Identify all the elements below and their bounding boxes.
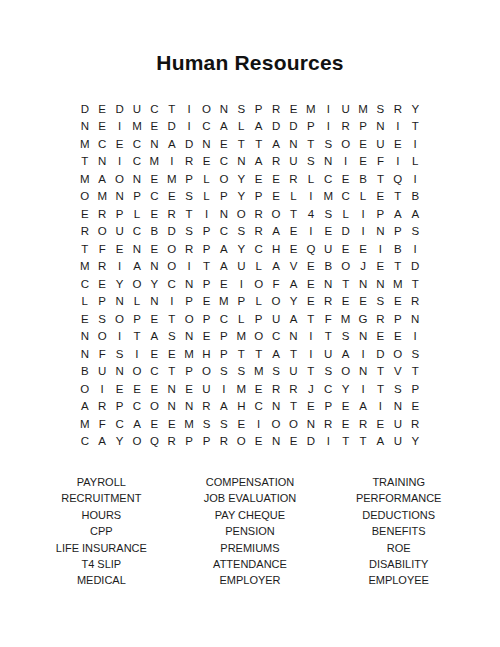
grid-cell-r17c13[interactable]: R <box>285 380 302 398</box>
grid-cell-r17c12[interactable]: R <box>267 380 284 398</box>
grid-cell-r7c13[interactable]: T <box>285 205 302 223</box>
grid-cell-r18c1[interactable]: A <box>76 398 93 416</box>
grid-cell-r6c10[interactable]: Y <box>233 188 250 206</box>
grid-cell-r3c14[interactable]: T <box>302 135 319 153</box>
grid-cell-r4c3[interactable]: I <box>111 153 128 171</box>
grid-cell-r1c2[interactable]: E <box>93 100 110 118</box>
grid-cell-r16c4[interactable]: O <box>128 363 145 381</box>
grid-cell-r19c8[interactable]: S <box>198 415 215 433</box>
grid-cell-r16c15[interactable]: S <box>320 363 337 381</box>
grid-cell-r8c15[interactable]: E <box>320 223 337 241</box>
grid-cell-r11c15[interactable]: N <box>320 275 337 293</box>
grid-cell-r15c6[interactable]: E <box>163 345 180 363</box>
grid-cell-r7c14[interactable]: 4 <box>302 205 319 223</box>
grid-cell-r10c20[interactable]: D <box>407 258 424 276</box>
grid-cell-r4c6[interactable]: I <box>163 153 180 171</box>
grid-cell-r6c13[interactable]: L <box>285 188 302 206</box>
grid-cell-r16c2[interactable]: U <box>93 363 110 381</box>
grid-cell-r4c15[interactable]: N <box>320 153 337 171</box>
grid-cell-r20c18[interactable]: A <box>372 433 389 451</box>
grid-cell-r6c19[interactable]: T <box>389 188 406 206</box>
grid-cell-r3c5[interactable]: N <box>146 135 163 153</box>
grid-cell-r18c11[interactable]: C <box>250 398 267 416</box>
grid-cell-r9c2[interactable]: F <box>93 240 110 258</box>
grid-cell-r17c16[interactable]: Y <box>337 380 354 398</box>
grid-cell-r6c6[interactable]: E <box>163 188 180 206</box>
grid-cell-r10c13[interactable]: V <box>285 258 302 276</box>
grid-cell-r11c11[interactable]: O <box>250 275 267 293</box>
grid-cell-r2c14[interactable]: P <box>302 118 319 136</box>
grid-cell-r4c7[interactable]: R <box>180 153 197 171</box>
grid-cell-r4c1[interactable]: T <box>76 153 93 171</box>
grid-cell-r4c18[interactable]: F <box>372 153 389 171</box>
grid-cell-r20c19[interactable]: U <box>389 433 406 451</box>
grid-cell-r18c18[interactable]: I <box>372 398 389 416</box>
grid-cell-r14c10[interactable]: M <box>233 328 250 346</box>
grid-cell-r19c1[interactable]: M <box>76 415 93 433</box>
grid-cell-r8c2[interactable]: O <box>93 223 110 241</box>
grid-cell-r7c3[interactable]: P <box>111 205 128 223</box>
grid-cell-r1c16[interactable]: U <box>337 100 354 118</box>
grid-cell-r9c4[interactable]: N <box>128 240 145 258</box>
grid-cell-r9c10[interactable]: Y <box>233 240 250 258</box>
grid-cell-r12c9[interactable]: M <box>215 293 232 311</box>
grid-cell-r14c18[interactable]: E <box>372 328 389 346</box>
grid-cell-r14c11[interactable]: O <box>250 328 267 346</box>
grid-cell-r13c10[interactable]: L <box>233 310 250 328</box>
grid-cell-r19c3[interactable]: C <box>111 415 128 433</box>
grid-cell-r20c4[interactable]: O <box>128 433 145 451</box>
grid-cell-r16c9[interactable]: S <box>215 363 232 381</box>
grid-cell-r15c8[interactable]: H <box>198 345 215 363</box>
grid-cell-r20c17[interactable]: T <box>354 433 371 451</box>
grid-cell-r13c19[interactable]: P <box>389 310 406 328</box>
grid-cell-r17c8[interactable]: U <box>198 380 215 398</box>
grid-cell-r18c3[interactable]: P <box>111 398 128 416</box>
grid-cell-r5c14[interactable]: L <box>302 170 319 188</box>
grid-cell-r4c14[interactable]: S <box>302 153 319 171</box>
grid-cell-r20c3[interactable]: Y <box>111 433 128 451</box>
grid-cell-r13c14[interactable]: T <box>302 310 319 328</box>
grid-cell-r7c4[interactable]: L <box>128 205 145 223</box>
grid-cell-r8c5[interactable]: B <box>146 223 163 241</box>
grid-cell-r3c20[interactable]: I <box>407 135 424 153</box>
grid-cell-r9c3[interactable]: E <box>111 240 128 258</box>
grid-cell-r7c20[interactable]: A <box>407 205 424 223</box>
grid-cell-r17c3[interactable]: E <box>111 380 128 398</box>
grid-cell-r2c17[interactable]: P <box>354 118 371 136</box>
grid-cell-r20c11[interactable]: E <box>250 433 267 451</box>
grid-cell-r18c10[interactable]: H <box>233 398 250 416</box>
grid-cell-r12c5[interactable]: N <box>146 293 163 311</box>
grid-cell-r12c2[interactable]: P <box>93 293 110 311</box>
grid-cell-r15c1[interactable]: N <box>76 345 93 363</box>
grid-cell-r3c17[interactable]: E <box>354 135 371 153</box>
grid-cell-r20c16[interactable]: T <box>337 433 354 451</box>
grid-cell-r19c6[interactable]: E <box>163 415 180 433</box>
grid-cell-r12c7[interactable]: P <box>180 293 197 311</box>
grid-cell-r7c6[interactable]: R <box>163 205 180 223</box>
grid-cell-r3c2[interactable]: C <box>93 135 110 153</box>
grid-cell-r18c2[interactable]: R <box>93 398 110 416</box>
grid-cell-r18c19[interactable]: N <box>389 398 406 416</box>
grid-cell-r12c4[interactable]: L <box>128 293 145 311</box>
grid-cell-r13c12[interactable]: U <box>267 310 284 328</box>
grid-cell-r16c6[interactable]: T <box>163 363 180 381</box>
grid-cell-r7c9[interactable]: N <box>215 205 232 223</box>
grid-cell-r16c16[interactable]: O <box>337 363 354 381</box>
grid-cell-r3c1[interactable]: M <box>76 135 93 153</box>
grid-cell-r2c11[interactable]: A <box>250 118 267 136</box>
grid-cell-r3c12[interactable]: A <box>267 135 284 153</box>
grid-cell-r11c14[interactable]: E <box>302 275 319 293</box>
grid-cell-r10c7[interactable]: I <box>180 258 197 276</box>
grid-cell-r17c6[interactable]: N <box>163 380 180 398</box>
grid-cell-r9c9[interactable]: A <box>215 240 232 258</box>
grid-cell-r9c12[interactable]: H <box>267 240 284 258</box>
grid-cell-r2c15[interactable]: I <box>320 118 337 136</box>
grid-cell-r19c12[interactable]: O <box>267 415 284 433</box>
grid-cell-r16c17[interactable]: N <box>354 363 371 381</box>
grid-cell-r15c19[interactable]: O <box>389 345 406 363</box>
grid-cell-r20c5[interactable]: Q <box>146 433 163 451</box>
grid-cell-r10c18[interactable]: E <box>372 258 389 276</box>
grid-cell-r5c10[interactable]: Y <box>233 170 250 188</box>
grid-cell-r1c19[interactable]: R <box>389 100 406 118</box>
grid-cell-r16c5[interactable]: C <box>146 363 163 381</box>
grid-cell-r15c12[interactable]: A <box>267 345 284 363</box>
grid-cell-r9c14[interactable]: Q <box>302 240 319 258</box>
grid-cell-r11c12[interactable]: F <box>267 275 284 293</box>
grid-cell-r14c12[interactable]: C <box>267 328 284 346</box>
grid-cell-r6c9[interactable]: P <box>215 188 232 206</box>
grid-cell-r20c12[interactable]: N <box>267 433 284 451</box>
grid-cell-r14c13[interactable]: N <box>285 328 302 346</box>
grid-cell-r15c13[interactable]: T <box>285 345 302 363</box>
grid-cell-r10c1[interactable]: M <box>76 258 93 276</box>
grid-cell-r10c11[interactable]: L <box>250 258 267 276</box>
grid-cell-r14c6[interactable]: S <box>163 328 180 346</box>
grid-cell-r5c13[interactable]: R <box>285 170 302 188</box>
grid-cell-r15c3[interactable]: S <box>111 345 128 363</box>
grid-cell-r2c8[interactable]: C <box>198 118 215 136</box>
grid-cell-r4c11[interactable]: A <box>250 153 267 171</box>
grid-cell-r17c9[interactable]: I <box>215 380 232 398</box>
grid-cell-r15c17[interactable]: I <box>354 345 371 363</box>
grid-cell-r12c1[interactable]: L <box>76 293 93 311</box>
grid-cell-r12c17[interactable]: E <box>354 293 371 311</box>
grid-cell-r13c6[interactable]: T <box>163 310 180 328</box>
grid-cell-r17c14[interactable]: J <box>302 380 319 398</box>
grid-cell-r3c13[interactable]: N <box>285 135 302 153</box>
grid-cell-r13c15[interactable]: F <box>320 310 337 328</box>
grid-cell-r13c17[interactable]: G <box>354 310 371 328</box>
grid-cell-r8c3[interactable]: U <box>111 223 128 241</box>
grid-cell-r5c1[interactable]: M <box>76 170 93 188</box>
grid-cell-r2c19[interactable]: I <box>389 118 406 136</box>
grid-cell-r7c19[interactable]: A <box>389 205 406 223</box>
grid-cell-r8c19[interactable]: P <box>389 223 406 241</box>
grid-cell-r4c13[interactable]: U <box>285 153 302 171</box>
grid-cell-r16c10[interactable]: S <box>233 363 250 381</box>
grid-cell-r11c8[interactable]: P <box>198 275 215 293</box>
grid-cell-r6c20[interactable]: B <box>407 188 424 206</box>
grid-cell-r15c16[interactable]: A <box>337 345 354 363</box>
grid-cell-r9c8[interactable]: P <box>198 240 215 258</box>
grid-cell-r12c18[interactable]: S <box>372 293 389 311</box>
grid-cell-r4c10[interactable]: N <box>233 153 250 171</box>
grid-cell-r16c18[interactable]: T <box>372 363 389 381</box>
grid-cell-r13c9[interactable]: C <box>215 310 232 328</box>
grid-cell-r14c1[interactable]: N <box>76 328 93 346</box>
grid-cell-r14c15[interactable]: T <box>320 328 337 346</box>
grid-cell-r11c13[interactable]: A <box>285 275 302 293</box>
grid-cell-r17c15[interactable]: C <box>320 380 337 398</box>
grid-cell-r18c9[interactable]: A <box>215 398 232 416</box>
grid-cell-r11c20[interactable]: T <box>407 275 424 293</box>
grid-cell-r3c18[interactable]: U <box>372 135 389 153</box>
grid-cell-r2c10[interactable]: L <box>233 118 250 136</box>
grid-cell-r9c11[interactable]: C <box>250 240 267 258</box>
grid-cell-r11c9[interactable]: E <box>215 275 232 293</box>
grid-cell-r19c9[interactable]: S <box>215 415 232 433</box>
grid-cell-r7c17[interactable]: I <box>354 205 371 223</box>
grid-cell-r8c13[interactable]: E <box>285 223 302 241</box>
grid-cell-r5c16[interactable]: E <box>337 170 354 188</box>
grid-cell-r16c13[interactable]: U <box>285 363 302 381</box>
grid-cell-r1c15[interactable]: I <box>320 100 337 118</box>
grid-cell-r1c4[interactable]: U <box>128 100 145 118</box>
grid-cell-r10c15[interactable]: B <box>320 258 337 276</box>
grid-cell-r2c1[interactable]: N <box>76 118 93 136</box>
grid-cell-r9c19[interactable]: B <box>389 240 406 258</box>
grid-cell-r16c11[interactable]: M <box>250 363 267 381</box>
grid-cell-r8c17[interactable]: I <box>354 223 371 241</box>
grid-cell-r11c7[interactable]: N <box>180 275 197 293</box>
grid-cell-r3c15[interactable]: S <box>320 135 337 153</box>
grid-cell-r19c10[interactable]: E <box>233 415 250 433</box>
grid-cell-r8c18[interactable]: N <box>372 223 389 241</box>
grid-cell-r20c1[interactable]: C <box>76 433 93 451</box>
grid-cell-r8c4[interactable]: C <box>128 223 145 241</box>
grid-cell-r2c12[interactable]: D <box>267 118 284 136</box>
grid-cell-r13c3[interactable]: O <box>111 310 128 328</box>
grid-cell-r14c20[interactable]: I <box>407 328 424 346</box>
grid-cell-r11c16[interactable]: T <box>337 275 354 293</box>
grid-cell-r20c6[interactable]: R <box>163 433 180 451</box>
grid-cell-r8c14[interactable]: I <box>302 223 319 241</box>
grid-cell-r14c2[interactable]: O <box>93 328 110 346</box>
grid-cell-r19c20[interactable]: R <box>407 415 424 433</box>
grid-cell-r3c7[interactable]: D <box>180 135 197 153</box>
grid-cell-r2c2[interactable]: E <box>93 118 110 136</box>
grid-cell-r10c9[interactable]: A <box>215 258 232 276</box>
grid-cell-r6c3[interactable]: N <box>111 188 128 206</box>
grid-cell-r13c16[interactable]: M <box>337 310 354 328</box>
grid-cell-r1c7[interactable]: I <box>180 100 197 118</box>
grid-cell-r20c20[interactable]: Y <box>407 433 424 451</box>
grid-cell-r4c19[interactable]: I <box>389 153 406 171</box>
grid-cell-r12c19[interactable]: E <box>389 293 406 311</box>
grid-cell-r18c16[interactable]: E <box>337 398 354 416</box>
grid-cell-r8c11[interactable]: R <box>250 223 267 241</box>
grid-cell-r15c5[interactable]: E <box>146 345 163 363</box>
grid-cell-r17c19[interactable]: S <box>389 380 406 398</box>
grid-cell-r1c12[interactable]: R <box>267 100 284 118</box>
grid-cell-r18c5[interactable]: O <box>146 398 163 416</box>
grid-cell-r6c8[interactable]: L <box>198 188 215 206</box>
grid-cell-r14c8[interactable]: E <box>198 328 215 346</box>
grid-cell-r17c20[interactable]: P <box>407 380 424 398</box>
grid-cell-r7c18[interactable]: P <box>372 205 389 223</box>
grid-cell-r4c17[interactable]: E <box>354 153 371 171</box>
grid-cell-r16c8[interactable]: O <box>198 363 215 381</box>
grid-cell-r10c8[interactable]: T <box>198 258 215 276</box>
grid-cell-r8c7[interactable]: S <box>180 223 197 241</box>
grid-cell-r11c17[interactable]: N <box>354 275 371 293</box>
grid-cell-r11c6[interactable]: C <box>163 275 180 293</box>
grid-cell-r9c20[interactable]: I <box>407 240 424 258</box>
grid-cell-r5c18[interactable]: T <box>372 170 389 188</box>
grid-cell-r19c7[interactable]: M <box>180 415 197 433</box>
grid-cell-r16c12[interactable]: S <box>267 363 284 381</box>
grid-cell-r2c3[interactable]: I <box>111 118 128 136</box>
grid-cell-r12c14[interactable]: E <box>302 293 319 311</box>
grid-cell-r18c4[interactable]: C <box>128 398 145 416</box>
grid-cell-r12c6[interactable]: I <box>163 293 180 311</box>
grid-cell-r16c7[interactable]: P <box>180 363 197 381</box>
grid-cell-r11c10[interactable]: I <box>233 275 250 293</box>
grid-cell-r8c8[interactable]: P <box>198 223 215 241</box>
grid-cell-r7c15[interactable]: S <box>320 205 337 223</box>
grid-cell-r17c11[interactable]: E <box>250 380 267 398</box>
grid-cell-r2c5[interactable]: E <box>146 118 163 136</box>
grid-cell-r11c5[interactable]: Y <box>146 275 163 293</box>
grid-cell-r6c5[interactable]: C <box>146 188 163 206</box>
grid-cell-r16c20[interactable]: T <box>407 363 424 381</box>
grid-cell-r18c14[interactable]: E <box>302 398 319 416</box>
grid-cell-r6c15[interactable]: M <box>320 188 337 206</box>
grid-cell-r12c12[interactable]: O <box>267 293 284 311</box>
grid-cell-r18c8[interactable]: R <box>198 398 215 416</box>
grid-cell-r6c12[interactable]: E <box>267 188 284 206</box>
grid-cell-r5c3[interactable]: O <box>111 170 128 188</box>
grid-cell-r12c11[interactable]: L <box>250 293 267 311</box>
grid-cell-r2c20[interactable]: T <box>407 118 424 136</box>
grid-cell-r6c17[interactable]: L <box>354 188 371 206</box>
grid-cell-r19c11[interactable]: I <box>250 415 267 433</box>
grid-cell-r15c4[interactable]: I <box>128 345 145 363</box>
grid-cell-r13c4[interactable]: P <box>128 310 145 328</box>
grid-cell-r7c16[interactable]: L <box>337 205 354 223</box>
grid-cell-r1c5[interactable]: C <box>146 100 163 118</box>
grid-cell-r4c16[interactable]: I <box>337 153 354 171</box>
grid-cell-r6c7[interactable]: S <box>180 188 197 206</box>
grid-cell-r10c6[interactable]: O <box>163 258 180 276</box>
grid-cell-r4c5[interactable]: M <box>146 153 163 171</box>
grid-cell-r5c15[interactable]: C <box>320 170 337 188</box>
grid-cell-r19c5[interactable]: E <box>146 415 163 433</box>
grid-cell-r7c10[interactable]: O <box>233 205 250 223</box>
grid-cell-r17c18[interactable]: T <box>372 380 389 398</box>
grid-cell-r10c14[interactable]: E <box>302 258 319 276</box>
grid-cell-r10c16[interactable]: O <box>337 258 354 276</box>
grid-cell-r9c17[interactable]: E <box>354 240 371 258</box>
grid-cell-r11c3[interactable]: Y <box>111 275 128 293</box>
grid-cell-r12c16[interactable]: E <box>337 293 354 311</box>
grid-cell-r9c15[interactable]: U <box>320 240 337 258</box>
grid-cell-r14c4[interactable]: T <box>128 328 145 346</box>
grid-cell-r11c18[interactable]: N <box>372 275 389 293</box>
grid-cell-r3c16[interactable]: O <box>337 135 354 153</box>
grid-cell-r17c1[interactable]: O <box>76 380 93 398</box>
grid-cell-r13c20[interactable]: N <box>407 310 424 328</box>
grid-cell-r12c3[interactable]: N <box>111 293 128 311</box>
grid-cell-r18c13[interactable]: T <box>285 398 302 416</box>
grid-cell-r5c4[interactable]: N <box>128 170 145 188</box>
grid-cell-r3c3[interactable]: E <box>111 135 128 153</box>
grid-cell-r13c11[interactable]: P <box>250 310 267 328</box>
grid-cell-r20c14[interactable]: D <box>302 433 319 451</box>
grid-cell-r7c11[interactable]: R <box>250 205 267 223</box>
grid-cell-r10c4[interactable]: A <box>128 258 145 276</box>
grid-cell-r13c7[interactable]: O <box>180 310 197 328</box>
grid-cell-r8c16[interactable]: D <box>337 223 354 241</box>
grid-cell-r19c15[interactable]: R <box>320 415 337 433</box>
grid-cell-r6c14[interactable]: I <box>302 188 319 206</box>
grid-cell-r10c2[interactable]: R <box>93 258 110 276</box>
grid-cell-r20c15[interactable]: I <box>320 433 337 451</box>
grid-cell-r3c8[interactable]: N <box>198 135 215 153</box>
grid-cell-r20c2[interactable]: A <box>93 433 110 451</box>
grid-cell-r12c13[interactable]: Y <box>285 293 302 311</box>
grid-cell-r6c18[interactable]: E <box>372 188 389 206</box>
grid-cell-r8c12[interactable]: A <box>267 223 284 241</box>
grid-cell-r13c2[interactable]: S <box>93 310 110 328</box>
grid-cell-r13c13[interactable]: A <box>285 310 302 328</box>
grid-cell-r15c20[interactable]: S <box>407 345 424 363</box>
grid-cell-r9c16[interactable]: E <box>337 240 354 258</box>
grid-cell-r19c14[interactable]: N <box>302 415 319 433</box>
grid-cell-r3c19[interactable]: E <box>389 135 406 153</box>
grid-cell-r15c15[interactable]: U <box>320 345 337 363</box>
grid-cell-r14c19[interactable]: E <box>389 328 406 346</box>
grid-cell-r3c11[interactable]: T <box>250 135 267 153</box>
grid-cell-r15c2[interactable]: F <box>93 345 110 363</box>
grid-cell-r17c10[interactable]: M <box>233 380 250 398</box>
grid-cell-r10c12[interactable]: A <box>267 258 284 276</box>
grid-cell-r14c16[interactable]: S <box>337 328 354 346</box>
grid-cell-r1c6[interactable]: T <box>163 100 180 118</box>
grid-cell-r2c13[interactable]: D <box>285 118 302 136</box>
grid-cell-r10c17[interactable]: J <box>354 258 371 276</box>
grid-cell-r9c13[interactable]: E <box>285 240 302 258</box>
grid-cell-r4c9[interactable]: C <box>215 153 232 171</box>
grid-cell-r16c14[interactable]: T <box>302 363 319 381</box>
grid-cell-r4c12[interactable]: R <box>267 153 284 171</box>
grid-cell-r12c8[interactable]: E <box>198 293 215 311</box>
grid-cell-r10c19[interactable]: T <box>389 258 406 276</box>
grid-cell-r10c3[interactable]: I <box>111 258 128 276</box>
grid-cell-r5c20[interactable]: I <box>407 170 424 188</box>
grid-cell-r2c7[interactable]: I <box>180 118 197 136</box>
grid-cell-r6c1[interactable]: O <box>76 188 93 206</box>
grid-cell-r8c6[interactable]: D <box>163 223 180 241</box>
grid-cell-r4c4[interactable]: C <box>128 153 145 171</box>
grid-cell-r19c17[interactable]: R <box>354 415 371 433</box>
grid-cell-r3c9[interactable]: E <box>215 135 232 153</box>
grid-cell-r1c8[interactable]: O <box>198 100 215 118</box>
